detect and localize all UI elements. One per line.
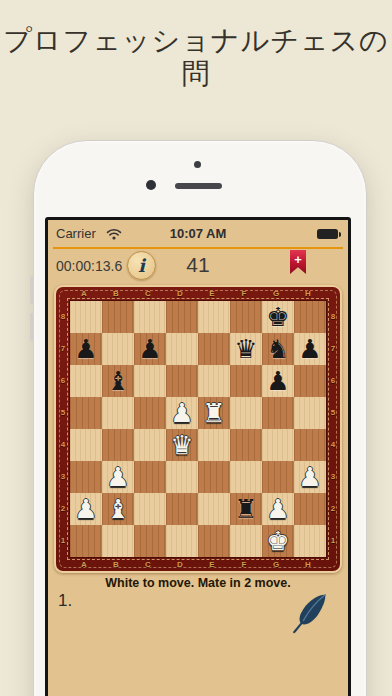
square-f2[interactable]: ♜	[230, 493, 262, 525]
square-d1[interactable]	[166, 525, 198, 557]
file-label-d-bottom: D	[164, 560, 196, 569]
square-g4[interactable]	[262, 429, 294, 461]
square-c8[interactable]	[134, 301, 166, 333]
black-king[interactable]: ♚	[266, 301, 289, 333]
square-c5[interactable]	[134, 397, 166, 429]
white-queen[interactable]: ♛	[170, 429, 193, 461]
square-f7[interactable]: ♛	[230, 333, 262, 365]
black-bishop[interactable]: ♝	[106, 365, 129, 397]
chess-board: AABBCCDDEEFFGGHH8877665544332211 ♚♟♟♛♞♟♝…	[54, 285, 342, 573]
app-screen: Carrier 10:07 AM 00:00:13.6 i 41 + AABBC…	[45, 217, 351, 696]
square-b1[interactable]	[102, 525, 134, 557]
file-label-b-bottom: B	[100, 560, 132, 569]
rank-label-5-right: 5	[327, 397, 339, 429]
board-squares: ♚♟♟♛♞♟♝♟♟♜♛♟♟♟♝♜♟♚	[70, 301, 326, 557]
square-c3[interactable]	[134, 461, 166, 493]
rank-label-7-left: 7	[57, 333, 69, 365]
toolbar-divider	[53, 247, 343, 249]
square-d2[interactable]	[166, 493, 198, 525]
file-label-h-top: H	[292, 289, 324, 298]
rank-label-2-left: 2	[57, 493, 69, 525]
square-h8[interactable]	[294, 301, 326, 333]
square-a5[interactable]	[70, 397, 102, 429]
square-b6[interactable]: ♝	[102, 365, 134, 397]
file-label-e-top: E	[196, 289, 228, 298]
white-pawn[interactable]: ♟	[106, 461, 129, 493]
square-g7[interactable]: ♞	[262, 333, 294, 365]
rank-label-8-left: 8	[57, 301, 69, 333]
square-d8[interactable]	[166, 301, 198, 333]
square-e4[interactable]	[198, 429, 230, 461]
square-b2[interactable]: ♝	[102, 493, 134, 525]
square-h6[interactable]	[294, 365, 326, 397]
black-pawn[interactable]: ♟	[266, 365, 289, 397]
white-pawn[interactable]: ♟	[298, 461, 321, 493]
file-label-c-bottom: C	[132, 560, 164, 569]
square-b5[interactable]	[102, 397, 134, 429]
file-label-g-bottom: G	[260, 560, 292, 569]
square-h1[interactable]	[294, 525, 326, 557]
front-camera-dot	[146, 180, 156, 190]
puzzle-instruction: White to move. Mate in 2 move.	[48, 576, 348, 590]
rank-label-4-right: 4	[327, 429, 339, 461]
page-title-line1: プロフェッショナルチェスの	[0, 24, 392, 57]
page-title: プロフェッショナルチェスの 問	[0, 24, 392, 90]
rank-label-1-right: 1	[327, 525, 339, 557]
square-b4[interactable]	[102, 429, 134, 461]
square-a1[interactable]	[70, 525, 102, 557]
square-c7[interactable]: ♟	[134, 333, 166, 365]
black-pawn[interactable]: ♟	[74, 333, 97, 365]
square-h2[interactable]	[294, 493, 326, 525]
file-label-e-bottom: E	[196, 560, 228, 569]
square-c6[interactable]	[134, 365, 166, 397]
battery-icon	[317, 229, 338, 239]
file-label-d-top: D	[164, 289, 196, 298]
rank-label-6-right: 6	[327, 365, 339, 397]
rank-label-1-left: 1	[57, 525, 69, 557]
square-g8[interactable]: ♚	[262, 301, 294, 333]
rank-label-3-right: 3	[327, 461, 339, 493]
square-f4[interactable]	[230, 429, 262, 461]
status-bar-time: 10:07 AM	[48, 226, 348, 241]
black-knight[interactable]: ♞	[266, 333, 289, 365]
black-pawn[interactable]: ♟	[298, 333, 321, 365]
rank-label-4-left: 4	[57, 429, 69, 461]
square-h5[interactable]	[294, 397, 326, 429]
square-e2[interactable]	[198, 493, 230, 525]
square-a3[interactable]	[70, 461, 102, 493]
rank-label-5-left: 5	[57, 397, 69, 429]
rank-label-3-left: 3	[57, 461, 69, 493]
file-label-c-top: C	[132, 289, 164, 298]
file-label-g-top: G	[260, 289, 292, 298]
file-label-f-top: F	[228, 289, 260, 298]
square-a4[interactable]	[70, 429, 102, 461]
square-e3[interactable]	[198, 461, 230, 493]
iphone-frame: Carrier 10:07 AM 00:00:13.6 i 41 + AABBC…	[33, 140, 367, 696]
square-f6[interactable]	[230, 365, 262, 397]
white-bishop[interactable]: ♝	[106, 493, 129, 525]
square-a6[interactable]	[70, 365, 102, 397]
square-a7[interactable]: ♟	[70, 333, 102, 365]
square-b8[interactable]	[102, 301, 134, 333]
square-d5[interactable]: ♟	[166, 397, 198, 429]
square-f5[interactable]	[230, 397, 262, 429]
volume-down-button	[30, 313, 34, 341]
black-pawn[interactable]: ♟	[138, 333, 161, 365]
proximity-sensor-dot	[194, 161, 201, 168]
black-queen[interactable]: ♛	[234, 333, 257, 365]
square-g1[interactable]: ♚	[262, 525, 294, 557]
square-c1[interactable]	[134, 525, 166, 557]
page-title-line2: 問	[0, 57, 392, 90]
white-king[interactable]: ♚	[266, 525, 289, 557]
file-label-h-bottom: H	[292, 560, 324, 569]
square-e7[interactable]	[198, 333, 230, 365]
square-d7[interactable]	[166, 333, 198, 365]
file-label-b-top: B	[100, 289, 132, 298]
square-h3[interactable]: ♟	[294, 461, 326, 493]
white-pawn[interactable]: ♟	[74, 493, 97, 525]
square-e5[interactable]: ♜	[198, 397, 230, 429]
file-label-a-bottom: A	[68, 560, 100, 569]
square-c2[interactable]	[134, 493, 166, 525]
square-d3[interactable]	[166, 461, 198, 493]
rank-label-2-right: 2	[327, 493, 339, 525]
square-b7[interactable]	[102, 333, 134, 365]
square-h7[interactable]: ♟	[294, 333, 326, 365]
white-pawn[interactable]: ♟	[266, 493, 289, 525]
square-b3[interactable]: ♟	[102, 461, 134, 493]
file-label-f-bottom: F	[228, 560, 260, 569]
square-d6[interactable]	[166, 365, 198, 397]
white-rook[interactable]: ♜	[202, 397, 225, 429]
square-a8[interactable]	[70, 301, 102, 333]
decorative-chess-pieces: ♜♞♝♛♚♝♟♞♜	[48, 644, 348, 696]
feather-quill-icon[interactable]	[286, 590, 332, 636]
move-number-label: 1.	[58, 591, 72, 611]
square-c4[interactable]	[134, 429, 166, 461]
square-f3[interactable]	[230, 461, 262, 493]
square-e6[interactable]	[198, 365, 230, 397]
square-g6[interactable]: ♟	[262, 365, 294, 397]
white-pawn[interactable]: ♟	[170, 397, 193, 429]
plus-icon: +	[290, 253, 306, 266]
volume-up-button	[30, 276, 34, 304]
square-f1[interactable]	[230, 525, 262, 557]
rank-label-8-right: 8	[327, 301, 339, 333]
black-rook[interactable]: ♜	[234, 493, 257, 525]
rank-label-7-right: 7	[327, 333, 339, 365]
square-g5[interactable]	[262, 397, 294, 429]
earpiece-speaker	[175, 183, 222, 189]
file-label-a-top: A	[68, 289, 100, 298]
square-e8[interactable]	[198, 301, 230, 333]
square-g2[interactable]: ♟	[262, 493, 294, 525]
square-d4[interactable]: ♛	[166, 429, 198, 461]
square-f8[interactable]	[230, 301, 262, 333]
square-a2[interactable]: ♟	[70, 493, 102, 525]
square-e1[interactable]	[198, 525, 230, 557]
rank-label-6-left: 6	[57, 365, 69, 397]
square-g3[interactable]	[262, 461, 294, 493]
square-h4[interactable]	[294, 429, 326, 461]
